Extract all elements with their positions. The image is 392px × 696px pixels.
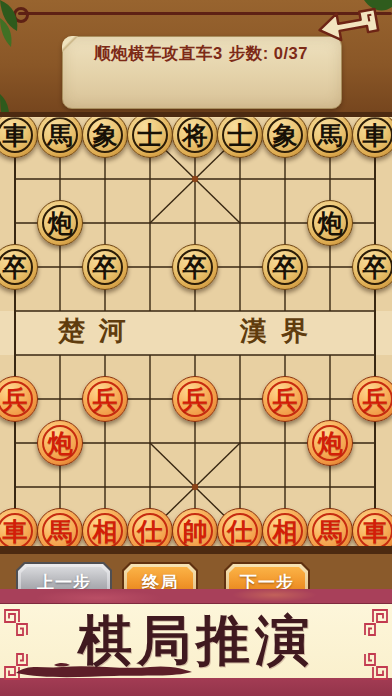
piece-glyph: 兵 [173, 377, 217, 421]
piece-black-f6r0[interactable]: 士 [217, 112, 263, 158]
piece-red-f2r7[interactable]: 炮 [37, 420, 83, 466]
piece-glyph: 兵 [263, 377, 307, 421]
back-arrow-icon [313, 0, 385, 50]
piece-glyph: 炮 [38, 421, 82, 465]
piece-red-f9r6[interactable]: 兵 [352, 376, 392, 422]
piece-black-f3r3[interactable]: 卒 [82, 244, 128, 290]
steps-value: 0/37 [274, 44, 308, 62]
piece-black-f9r3[interactable]: 卒 [352, 244, 392, 290]
piece-black-f4r0[interactable]: 士 [127, 112, 173, 158]
xiangqi-app: 顺炮横车攻直车3步数: 0/37 楚河 漢界 車馬象士将士象馬車炮炮卒卒卒卒卒兵… [0, 0, 392, 696]
bottom-banner: 棋局推演 [0, 589, 392, 696]
piece-glyph: 馬 [38, 113, 82, 157]
piece-glyph: 卒 [173, 245, 217, 289]
piece-black-f7r3[interactable]: 卒 [262, 244, 308, 290]
river-label-left: 楚河 [58, 313, 140, 349]
banner-title: 棋局推演 [0, 604, 392, 678]
piece-glyph: 炮 [38, 201, 82, 245]
piece-black-f5r3[interactable]: 卒 [172, 244, 218, 290]
piece-black-f8r0[interactable]: 馬 [307, 112, 353, 158]
piece-glyph: 卒 [353, 245, 392, 289]
piece-red-f3r6[interactable]: 兵 [82, 376, 128, 422]
piece-glyph: 車 [0, 113, 37, 157]
piece-black-f1r0[interactable]: 車 [0, 112, 38, 158]
piece-glyph: 卒 [83, 245, 127, 289]
piece-black-f3r0[interactable]: 象 [82, 112, 128, 158]
board[interactable]: 楚河 漢界 車馬象士将士象馬車炮炮卒卒卒卒卒兵兵兵兵兵炮炮車馬相仕帥仕相馬車 [0, 112, 392, 554]
header: 顺炮横车攻直车3步数: 0/37 [0, 0, 392, 117]
piece-glyph: 象 [263, 113, 307, 157]
piece-glyph: 兵 [83, 377, 127, 421]
piece-glyph: 士 [218, 113, 262, 157]
piece-glyph: 車 [353, 113, 392, 157]
piece-black-f5r0[interactable]: 将 [172, 112, 218, 158]
piece-glyph: 卒 [263, 245, 307, 289]
banner-top-strip [0, 589, 392, 604]
piece-black-f7r0[interactable]: 象 [262, 112, 308, 158]
piece-black-f1r3[interactable]: 卒 [0, 244, 38, 290]
piece-red-f8r7[interactable]: 炮 [307, 420, 353, 466]
piece-glyph: 兵 [353, 377, 392, 421]
piece-glyph: 士 [128, 113, 172, 157]
piece-black-f2r0[interactable]: 馬 [37, 112, 83, 158]
piece-glyph: 象 [83, 113, 127, 157]
piece-glyph: 兵 [0, 377, 37, 421]
piece-red-f1r6[interactable]: 兵 [0, 376, 38, 422]
board-frame-bottom [0, 546, 392, 554]
piece-red-f7r6[interactable]: 兵 [262, 376, 308, 422]
piece-red-f5r6[interactable]: 兵 [172, 376, 218, 422]
steps-label: 步数: [229, 44, 269, 62]
piece-glyph: 馬 [308, 113, 352, 157]
board-frame-top [0, 112, 392, 117]
river-label-right: 漢界 [240, 313, 322, 349]
back-button[interactable] [313, 0, 385, 50]
piece-black-f2r2[interactable]: 炮 [37, 200, 83, 246]
opening-title: 顺炮横车攻直车3 [94, 44, 223, 62]
piece-black-f9r0[interactable]: 車 [352, 112, 392, 158]
piece-glyph: 炮 [308, 421, 352, 465]
leaf-decoration-top-left [0, 0, 26, 58]
piece-glyph: 卒 [0, 245, 37, 289]
piece-glyph: 炮 [308, 201, 352, 245]
piece-black-f8r2[interactable]: 炮 [307, 200, 353, 246]
piece-glyph: 将 [173, 113, 217, 157]
lesson-title: 顺炮横车攻直车3步数: 0/37 [62, 43, 340, 65]
